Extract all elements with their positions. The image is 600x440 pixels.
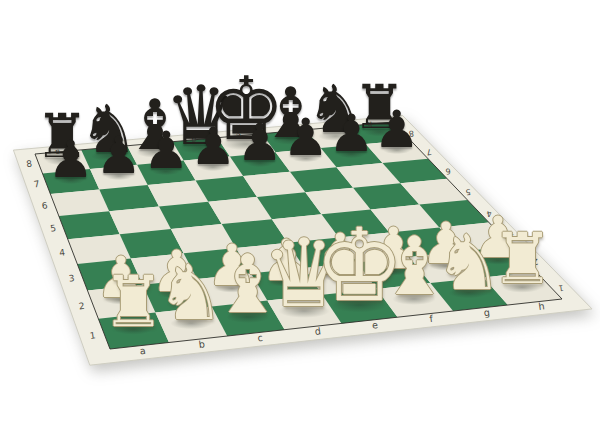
square-a5 (59, 211, 120, 239)
square-a7 (43, 169, 100, 194)
chess-set-photo: aa88bb77cc66dd55ee44ff33gg22hh11 ♜♞♝♛♚♝♞… (0, 0, 600, 440)
chess-board: aa88bb77cc66dd55ee44ff33gg22hh11 (0, 0, 600, 440)
square-a6 (50, 190, 109, 216)
square-a3 (77, 259, 142, 291)
